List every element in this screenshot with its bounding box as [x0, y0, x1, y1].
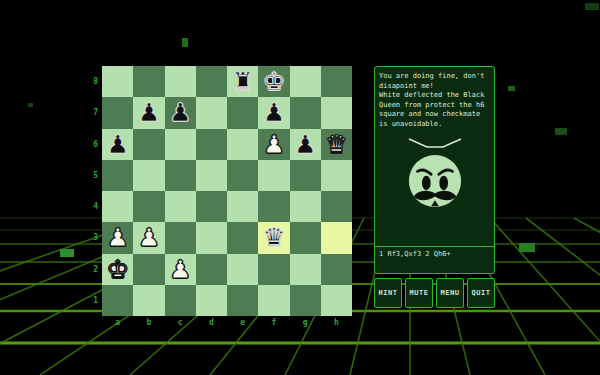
- white-pawn-b3[interactable]: ♟: [138, 225, 160, 250]
- rank-label-1: 1: [84, 285, 98, 316]
- square-g5[interactable]: [290, 160, 321, 191]
- square-c2[interactable]: ♟: [165, 254, 196, 285]
- square-b3[interactable]: ♟: [133, 222, 164, 253]
- rank-label-4: 4: [84, 191, 98, 222]
- black-king-f8[interactable]: ♚: [263, 69, 285, 94]
- square-d8[interactable]: [196, 66, 227, 97]
- square-e4[interactable]: [227, 191, 258, 222]
- square-h7[interactable]: [321, 97, 352, 128]
- file-label-h: h: [321, 316, 352, 328]
- matrix-debris: [60, 249, 74, 257]
- square-a3[interactable]: ♟: [102, 222, 133, 253]
- black-queen-f3[interactable]: ♛: [263, 225, 285, 250]
- square-b6[interactable]: [133, 129, 164, 160]
- square-g3[interactable]: [290, 222, 321, 253]
- file-label-b: b: [133, 316, 164, 328]
- square-d7[interactable]: [196, 97, 227, 128]
- menu-button[interactable]: MENU: [436, 278, 464, 308]
- square-f1[interactable]: [258, 285, 289, 316]
- square-f2[interactable]: [258, 254, 289, 285]
- square-e7[interactable]: [227, 97, 258, 128]
- matrix-debris: [555, 128, 567, 135]
- square-c8[interactable]: [165, 66, 196, 97]
- rank-label-6: 6: [84, 129, 98, 160]
- square-g6[interactable]: ♟: [290, 129, 321, 160]
- black-pawn-b7[interactable]: ♟: [138, 100, 160, 125]
- square-d5[interactable]: [196, 160, 227, 191]
- square-g7[interactable]: [290, 97, 321, 128]
- square-g4[interactable]: [290, 191, 321, 222]
- white-queen-h6[interactable]: ♛: [325, 132, 347, 157]
- square-b8[interactable]: [133, 66, 164, 97]
- square-a6[interactable]: ♟: [102, 129, 133, 160]
- square-f7[interactable]: ♟: [258, 97, 289, 128]
- rank-labels: 87654321: [84, 66, 98, 316]
- square-h5[interactable]: [321, 160, 352, 191]
- square-e2[interactable]: [227, 254, 258, 285]
- square-d3[interactable]: [196, 222, 227, 253]
- square-c6[interactable]: [165, 129, 196, 160]
- square-b4[interactable]: [133, 191, 164, 222]
- file-label-d: d: [196, 316, 227, 328]
- square-c4[interactable]: [165, 191, 196, 222]
- square-a7[interactable]: [102, 97, 133, 128]
- square-c3[interactable]: [165, 222, 196, 253]
- square-h6[interactable]: ♛: [321, 129, 352, 160]
- mute-button[interactable]: MUTE: [405, 278, 433, 308]
- rank-label-2: 2: [84, 254, 98, 285]
- square-e3[interactable]: [227, 222, 258, 253]
- square-h1[interactable]: [321, 285, 352, 316]
- black-pawn-a6[interactable]: ♟: [106, 132, 128, 157]
- square-e1[interactable]: [227, 285, 258, 316]
- square-d6[interactable]: [196, 129, 227, 160]
- move-list: 1 Rf3,Qxf3 2 Qh6+: [375, 246, 494, 273]
- matrix-debris: [519, 243, 535, 252]
- black-pawn-f7[interactable]: ♟: [263, 100, 285, 125]
- file-label-e: e: [227, 316, 258, 328]
- square-c7[interactable]: ♟: [165, 97, 196, 128]
- square-a2[interactable]: ♚: [102, 254, 133, 285]
- square-e5[interactable]: [227, 160, 258, 191]
- square-f8[interactable]: ♚: [258, 66, 289, 97]
- matrix-debris: [508, 86, 515, 91]
- square-f3[interactable]: ♛: [258, 222, 289, 253]
- white-pawn-f6[interactable]: ♟: [263, 132, 285, 157]
- chevron-down-icon: [408, 137, 462, 149]
- quit-button[interactable]: QUIT: [467, 278, 495, 308]
- square-g2[interactable]: [290, 254, 321, 285]
- angry-mustache-face-icon: [406, 152, 464, 210]
- square-b5[interactable]: [133, 160, 164, 191]
- rank-label-5: 5: [84, 160, 98, 191]
- white-pawn-c2[interactable]: ♟: [169, 257, 191, 282]
- square-d4[interactable]: [196, 191, 227, 222]
- coach-message: You are doing fine, don't disapoint me! …: [375, 67, 494, 129]
- file-label-f: f: [258, 316, 289, 328]
- square-h2[interactable]: [321, 254, 352, 285]
- square-h4[interactable]: [321, 191, 352, 222]
- black-pawn-g6[interactable]: ♟: [294, 132, 316, 157]
- square-h3[interactable]: [321, 222, 352, 253]
- square-h8[interactable]: [321, 66, 352, 97]
- square-g1[interactable]: [290, 285, 321, 316]
- square-b1[interactable]: [133, 285, 164, 316]
- matrix-debris: [28, 103, 33, 107]
- square-e8[interactable]: ♜: [227, 66, 258, 97]
- square-c5[interactable]: [165, 160, 196, 191]
- square-e6[interactable]: [227, 129, 258, 160]
- file-label-c: c: [165, 316, 196, 328]
- hint-button[interactable]: HINT: [374, 278, 402, 308]
- square-f6[interactable]: ♟: [258, 129, 289, 160]
- square-g8[interactable]: [290, 66, 321, 97]
- square-f5[interactable]: [258, 160, 289, 191]
- square-a5[interactable]: [102, 160, 133, 191]
- game-screen: 87654321 ♜♚♟♟♟♟♟♟♛♟♟♛♚♟ abcdefgh You are…: [0, 0, 600, 375]
- rank-label-3: 3: [84, 222, 98, 253]
- white-king-a2[interactable]: ♚: [106, 257, 128, 282]
- matrix-debris: [585, 3, 599, 10]
- rank-label-7: 7: [84, 97, 98, 128]
- matrix-debris: [182, 38, 188, 47]
- black-pawn-c7[interactable]: ♟: [169, 100, 191, 125]
- file-label-a: a: [102, 316, 133, 328]
- square-a1[interactable]: [102, 285, 133, 316]
- chess-board[interactable]: ♜♚♟♟♟♟♟♟♛♟♟♛♚♟: [102, 66, 352, 316]
- coach-panel: You are doing fine, don't disapoint me! …: [374, 66, 495, 274]
- black-rook-e8[interactable]: ♜: [231, 69, 253, 94]
- rank-label-8: 8: [84, 66, 98, 97]
- square-f4[interactable]: [258, 191, 289, 222]
- square-b2[interactable]: [133, 254, 164, 285]
- file-labels: abcdefgh: [102, 316, 352, 328]
- file-label-g: g: [290, 316, 321, 328]
- button-bar: HINT MUTE MENU QUIT: [374, 278, 495, 308]
- square-a8[interactable]: [102, 66, 133, 97]
- white-pawn-a3[interactable]: ♟: [106, 225, 128, 250]
- square-c1[interactable]: [165, 285, 196, 316]
- square-d2[interactable]: [196, 254, 227, 285]
- square-a4[interactable]: [102, 191, 133, 222]
- square-b7[interactable]: ♟: [133, 97, 164, 128]
- square-d1[interactable]: [196, 285, 227, 316]
